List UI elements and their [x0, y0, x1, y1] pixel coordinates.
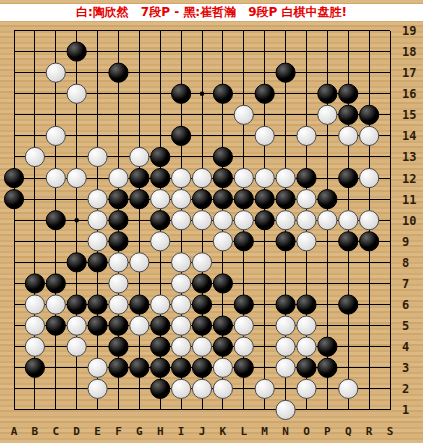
white-stone-D16 [67, 84, 86, 103]
black-stone-I16 [172, 84, 191, 103]
black-stone-D6 [67, 295, 86, 314]
white-stone-N12 [276, 168, 295, 187]
black-stone-H2 [151, 379, 170, 398]
black-stone-A12 [4, 168, 23, 187]
white-stone-F12 [109, 168, 128, 187]
white-stone-G8 [130, 253, 149, 272]
black-stone-H12 [151, 168, 170, 187]
black-stone-K11 [213, 190, 232, 209]
black-stone-L11 [234, 190, 253, 209]
black-stone-I3 [172, 358, 191, 377]
row-label-17: 17 [402, 66, 416, 80]
black-stone-J3 [192, 358, 211, 377]
black-stone-K7 [213, 274, 232, 293]
row-label-18: 18 [402, 45, 416, 59]
white-stone-H11 [151, 190, 170, 209]
white-stone-D12 [67, 168, 86, 187]
black-stone-F9 [109, 232, 128, 251]
row-label-10: 10 [402, 214, 416, 228]
white-stone-C14 [46, 126, 65, 145]
black-stone-R9 [360, 232, 379, 251]
black-stone-G12 [130, 168, 149, 187]
black-stone-Q15 [339, 105, 358, 124]
row-label-8: 8 [402, 256, 409, 270]
row-label-6: 6 [402, 298, 409, 312]
white-stone-K10 [213, 211, 232, 230]
white-stone-C6 [46, 295, 65, 314]
row-label-14: 14 [402, 129, 416, 143]
white-stone-O5 [297, 316, 316, 335]
black-stone-A11 [4, 190, 23, 209]
black-stone-P16 [318, 84, 337, 103]
column-label-P: P [324, 425, 331, 438]
star-point-J16 [200, 91, 205, 96]
white-stone-M12 [255, 168, 274, 187]
row-label-1: 1 [402, 403, 409, 417]
black-stone-M11 [255, 190, 274, 209]
black-stone-I14 [172, 126, 191, 145]
black-stone-P3 [318, 358, 337, 377]
black-stone-D18 [67, 42, 86, 61]
black-stone-C10 [46, 211, 65, 230]
white-stone-J2 [192, 379, 211, 398]
black-stone-E8 [88, 253, 107, 272]
white-stone-O9 [297, 232, 316, 251]
column-label-D: D [73, 425, 80, 438]
white-stone-K9 [213, 232, 232, 251]
black-stone-N17 [276, 63, 295, 82]
row-labels: 19181716151413121110987654321 [402, 24, 416, 417]
white-stone-B4 [25, 337, 44, 356]
black-stone-F17 [109, 63, 128, 82]
white-stone-N10 [276, 211, 295, 230]
white-stone-J4 [192, 337, 211, 356]
white-stone-L5 [234, 316, 253, 335]
white-stone-Q2 [339, 379, 358, 398]
row-label-16: 16 [402, 87, 416, 101]
white-stone-B13 [25, 147, 44, 166]
black-stone-K13 [213, 147, 232, 166]
black-stone-L3 [234, 358, 253, 377]
white-stone-L15 [234, 105, 253, 124]
black-stone-F10 [109, 211, 128, 230]
column-label-K: K [220, 425, 227, 438]
row-label-4: 4 [402, 340, 409, 354]
black-stone-F3 [109, 358, 128, 377]
black-stone-G3 [130, 358, 149, 377]
column-label-J: J [199, 425, 206, 438]
stones [4, 42, 378, 420]
column-label-F: F [115, 425, 122, 438]
white-stone-Q10 [339, 211, 358, 230]
row-label-3: 3 [402, 361, 409, 375]
black-stone-N9 [276, 232, 295, 251]
white-stone-N1 [276, 400, 295, 419]
column-label-B: B [32, 425, 39, 438]
column-label-O: O [303, 425, 310, 438]
column-label-I: I [178, 425, 185, 438]
black-stone-C7 [46, 274, 65, 293]
black-stone-E6 [88, 295, 107, 314]
white-stone-O4 [297, 337, 316, 356]
white-stone-J8 [192, 253, 211, 272]
row-label-15: 15 [402, 108, 416, 122]
black-stone-B3 [25, 358, 44, 377]
black-stone-Q9 [339, 232, 358, 251]
white-stone-I7 [172, 274, 191, 293]
column-label-G: G [136, 425, 143, 438]
black-stone-K5 [213, 316, 232, 335]
column-label-H: H [157, 425, 164, 438]
white-stone-O10 [297, 211, 316, 230]
column-label-N: N [282, 425, 289, 438]
column-label-A: A [11, 425, 18, 438]
white-stone-N3 [276, 358, 295, 377]
black-stone-H10 [151, 211, 170, 230]
white-stone-F7 [109, 274, 128, 293]
column-label-L: L [240, 425, 247, 438]
white-stone-I8 [172, 253, 191, 272]
black-stone-L6 [234, 295, 253, 314]
white-stone-P15 [318, 105, 337, 124]
black-stone-G6 [130, 295, 149, 314]
white-stone-C17 [46, 63, 65, 82]
white-stone-K3 [213, 358, 232, 377]
column-label-Q: Q [345, 425, 352, 438]
black-stone-J7 [192, 274, 211, 293]
column-label-C: C [52, 425, 59, 438]
black-stone-P11 [318, 190, 337, 209]
white-stone-H6 [151, 295, 170, 314]
column-label-E: E [94, 425, 101, 438]
white-stone-E3 [88, 358, 107, 377]
white-stone-E2 [88, 379, 107, 398]
white-stone-F8 [109, 253, 128, 272]
column-label-S: S [387, 425, 394, 438]
white-stone-E10 [88, 211, 107, 230]
white-stone-I4 [172, 337, 191, 356]
white-stone-M14 [255, 126, 274, 145]
column-label-R: R [366, 425, 373, 438]
white-stone-I5 [172, 316, 191, 335]
black-stone-F4 [109, 337, 128, 356]
white-stone-O11 [297, 190, 316, 209]
white-stone-O14 [297, 126, 316, 145]
black-stone-E5 [88, 316, 107, 335]
row-label-9: 9 [402, 235, 409, 249]
go-board[interactable]: ABCDEFGHIJKLMNOPQRS191817161514131211109… [0, 0, 423, 443]
black-stone-O6 [297, 295, 316, 314]
black-stone-D8 [67, 253, 86, 272]
white-stone-B6 [25, 295, 44, 314]
white-stone-N5 [276, 316, 295, 335]
white-stone-D4 [67, 337, 86, 356]
black-stone-N11 [276, 190, 295, 209]
black-stone-N6 [276, 295, 295, 314]
black-stone-B7 [25, 274, 44, 293]
white-stone-I11 [172, 190, 191, 209]
black-stone-O3 [297, 358, 316, 377]
black-stone-H5 [151, 316, 170, 335]
white-stone-L4 [234, 337, 253, 356]
star-point-D10 [74, 218, 79, 223]
black-stone-Q16 [339, 84, 358, 103]
white-stone-N4 [276, 337, 295, 356]
white-stone-B5 [25, 316, 44, 335]
black-stone-K16 [213, 84, 232, 103]
white-stone-E11 [88, 190, 107, 209]
white-stone-P10 [318, 211, 337, 230]
white-stone-L10 [234, 211, 253, 230]
white-stone-F6 [109, 295, 128, 314]
black-stone-K4 [213, 337, 232, 356]
white-stone-J10 [192, 211, 211, 230]
white-stone-G13 [130, 147, 149, 166]
black-stone-R15 [360, 105, 379, 124]
white-stone-M2 [255, 379, 274, 398]
white-stone-I6 [172, 295, 191, 314]
white-stone-E13 [88, 147, 107, 166]
white-stone-G5 [130, 316, 149, 335]
black-stone-Q6 [339, 295, 358, 314]
row-label-5: 5 [402, 319, 409, 333]
row-label-7: 7 [402, 277, 409, 291]
black-stone-C5 [46, 316, 65, 335]
row-label-12: 12 [402, 172, 416, 186]
column-label-M: M [261, 425, 268, 438]
black-stone-F5 [109, 316, 128, 335]
white-stone-I12 [172, 168, 191, 187]
white-stone-C12 [46, 168, 65, 187]
black-stone-J5 [192, 316, 211, 335]
black-stone-G11 [130, 190, 149, 209]
white-stone-Q14 [339, 126, 358, 145]
black-stone-Q12 [339, 168, 358, 187]
white-stone-D5 [67, 316, 86, 335]
white-stone-L12 [234, 168, 253, 187]
black-stone-M10 [255, 211, 274, 230]
black-stone-P4 [318, 337, 337, 356]
black-stone-O12 [297, 168, 316, 187]
black-stone-J11 [192, 190, 211, 209]
black-stone-H13 [151, 147, 170, 166]
black-stone-J6 [192, 295, 211, 314]
black-stone-H3 [151, 358, 170, 377]
row-label-11: 11 [402, 193, 416, 207]
white-stone-I2 [172, 379, 191, 398]
row-label-2: 2 [402, 382, 409, 396]
white-stone-R12 [360, 168, 379, 187]
white-stone-I10 [172, 211, 191, 230]
black-stone-H4 [151, 337, 170, 356]
black-stone-K12 [213, 168, 232, 187]
black-stone-L9 [234, 232, 253, 251]
white-stone-R10 [360, 211, 379, 230]
column-labels: ABCDEFGHIJKLMNOPQRS [11, 425, 394, 438]
white-stone-E9 [88, 232, 107, 251]
white-stone-R14 [360, 126, 379, 145]
white-stone-J12 [192, 168, 211, 187]
white-stone-K2 [213, 379, 232, 398]
row-label-19: 19 [402, 24, 416, 38]
row-label-13: 13 [402, 150, 416, 164]
black-stone-M16 [255, 84, 274, 103]
white-stone-H9 [151, 232, 170, 251]
black-stone-F11 [109, 190, 128, 209]
white-stone-O2 [297, 379, 316, 398]
